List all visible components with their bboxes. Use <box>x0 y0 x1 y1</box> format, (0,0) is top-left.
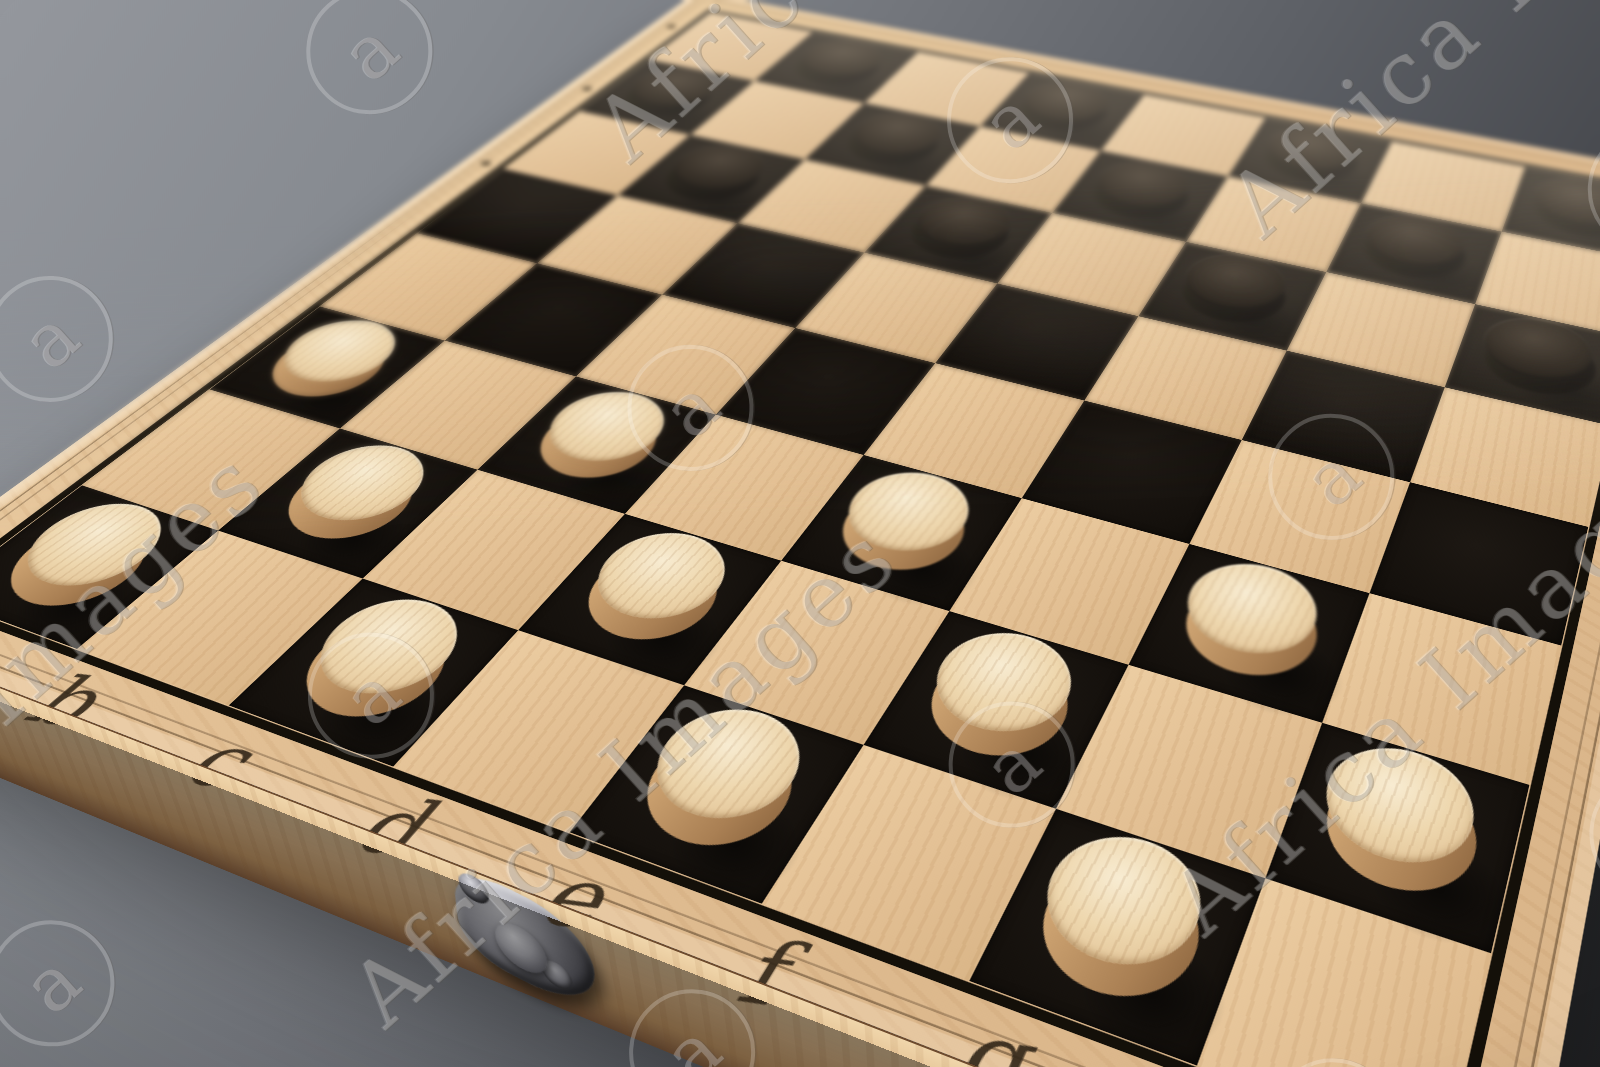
square-g1 <box>969 808 1265 1065</box>
piece-side <box>262 451 436 552</box>
piece-top <box>1474 309 1598 389</box>
black-man-c7 <box>834 116 952 172</box>
square-e4 <box>864 363 1084 498</box>
black-man-d8 <box>1008 85 1119 137</box>
square-e3 <box>781 455 1021 611</box>
white-man-g1 <box>1020 846 1219 1018</box>
square-g3 <box>1129 544 1370 723</box>
black-man-a7 <box>609 71 726 122</box>
piece-side <box>249 325 407 407</box>
frame-screw <box>580 86 593 92</box>
photo-scene: abcdefgh Africa ImagesAfrica ImagesAfric… <box>0 0 1600 1067</box>
white-man-g3 <box>1170 570 1332 690</box>
white-man-c3 <box>518 397 678 489</box>
piece-top <box>630 694 824 836</box>
piece-side <box>518 397 678 489</box>
square-b3 <box>340 340 577 469</box>
square-c4 <box>576 295 795 415</box>
piece-shadow <box>1017 886 1281 1067</box>
piece-shadow <box>602 751 862 945</box>
piece-top <box>1171 551 1331 668</box>
piece-shadow <box>1171 276 1338 370</box>
black-man-b6 <box>649 148 775 207</box>
square-c2 <box>363 470 624 630</box>
square-e2 <box>684 561 948 745</box>
frame-screw <box>479 160 493 166</box>
square-a2 <box>82 389 339 530</box>
piece-side <box>563 539 740 654</box>
white-man-e1 <box>620 717 818 864</box>
piece-shadow <box>227 344 432 450</box>
white-man-d2 <box>563 539 740 654</box>
piece-shadow <box>546 566 778 717</box>
square-a3 <box>210 306 445 428</box>
white-man-c1 <box>278 606 473 732</box>
square-d2 <box>518 514 781 685</box>
square-b2 <box>218 428 477 578</box>
piece-side <box>0 509 173 619</box>
square-e1 <box>570 685 864 904</box>
white-man-e3 <box>822 478 984 583</box>
black-man-e7 <box>1082 164 1200 225</box>
white-man-a3 <box>249 325 407 407</box>
piece-shadow <box>501 419 710 539</box>
piece-side <box>1020 846 1219 1018</box>
piece-side <box>909 640 1087 772</box>
piece-shadow <box>250 636 504 802</box>
square-g2 <box>1056 665 1321 878</box>
piece-side <box>620 717 818 864</box>
white-man-h2 <box>1310 756 1488 910</box>
square-f3 <box>949 498 1190 665</box>
piece-top <box>293 586 484 709</box>
piece-top <box>1025 819 1220 986</box>
square-h2 <box>1265 723 1530 953</box>
square-g4 <box>1190 440 1410 593</box>
white-man-a1 <box>0 509 173 619</box>
square-d1 <box>393 630 685 833</box>
piece-shadow <box>902 671 1137 845</box>
piece-top <box>573 521 747 633</box>
piece-shadow <box>813 503 1025 640</box>
square-h5 <box>1410 387 1600 527</box>
square-h3 <box>1322 593 1562 785</box>
square-h1 <box>1196 878 1491 1067</box>
square-h4 <box>1369 482 1588 645</box>
frame-screw <box>665 24 677 29</box>
piece-top <box>0 492 188 599</box>
piece-top <box>1310 732 1485 882</box>
square-d3 <box>624 414 863 560</box>
piece-side <box>1310 756 1488 910</box>
piece-side <box>278 606 473 732</box>
square-f1 <box>761 744 1056 981</box>
square-h6 <box>1444 304 1600 426</box>
piece-top <box>828 461 987 563</box>
black-man-h8 <box>1529 181 1600 244</box>
square-e5 <box>935 283 1138 400</box>
piece-top <box>262 311 418 391</box>
piece-shadow <box>237 475 464 606</box>
piece-side <box>822 478 984 583</box>
square-f2 <box>863 611 1128 808</box>
square-b1 <box>76 530 363 705</box>
piece-top <box>914 619 1090 748</box>
piece-shadow <box>1318 792 1555 996</box>
piece-top <box>275 435 447 533</box>
black-man-d6 <box>896 200 1022 266</box>
white-man-b2 <box>262 451 436 552</box>
piece-shadow <box>0 535 195 679</box>
white-man-f2 <box>909 640 1087 772</box>
black-man-f6 <box>1170 258 1297 331</box>
black-man-b8 <box>782 43 892 91</box>
square-c3 <box>478 376 716 514</box>
square-g5 <box>1242 350 1445 482</box>
piece-side <box>1170 570 1332 690</box>
square-g6 <box>1287 272 1475 387</box>
black-man-f8 <box>1255 131 1365 188</box>
black-man-h6 <box>1476 322 1600 404</box>
piece-shadow <box>1486 342 1600 448</box>
piece-top <box>527 382 685 472</box>
square-f5 <box>1084 316 1287 440</box>
square-c1 <box>229 578 518 766</box>
square-a1 <box>0 485 218 649</box>
piece-side <box>1476 322 1600 404</box>
black-man-g7 <box>1356 218 1474 286</box>
square-d4 <box>716 328 936 455</box>
piece-shadow <box>1171 598 1385 756</box>
square-b4 <box>445 263 663 376</box>
square-f4 <box>1021 400 1241 543</box>
